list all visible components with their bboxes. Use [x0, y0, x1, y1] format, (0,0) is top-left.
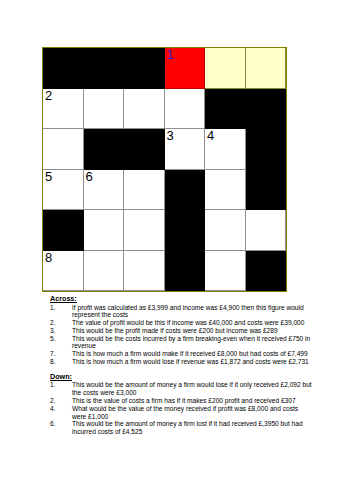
cell-r3c1[interactable]: 6 — [84, 170, 125, 211]
cell-r3c2[interactable] — [124, 170, 165, 211]
cell-r2c4[interactable]: 4 — [205, 129, 246, 170]
down-clue-4: 4.What would be the value of the money r… — [50, 405, 312, 421]
clue-text: This would be the amount of money a firm… — [72, 381, 312, 397]
cell-r5c3 — [165, 251, 206, 292]
clue-text: The value of profit would be this if inc… — [72, 319, 312, 327]
worksheet-page: 12345678 Across: 1.If profit was calcula… — [0, 0, 354, 500]
cell-r3c0[interactable]: 5 — [43, 170, 84, 211]
clue-number-label: 1. — [50, 381, 72, 389]
cell-r2c0[interactable] — [43, 129, 84, 170]
cell-r4c0 — [43, 210, 84, 251]
clue-text: This would be the profit made if costs w… — [72, 327, 312, 335]
cell-r2c2 — [124, 129, 165, 170]
clue-number-3: 3 — [167, 129, 174, 143]
clue-number-4: 4 — [207, 129, 214, 143]
clue-number-label: 3. — [50, 327, 72, 335]
cell-r1c5 — [246, 89, 287, 130]
cell-r2c5 — [246, 129, 287, 170]
cell-r3c5 — [246, 170, 287, 211]
down-clue-1: 1.This would be the amount of money a fi… — [50, 381, 312, 397]
clue-number-8: 8 — [45, 251, 52, 265]
clue-text: If profit was calculated as £3,999 and i… — [72, 304, 312, 320]
cell-r5c4[interactable] — [205, 251, 246, 292]
cell-r5c1[interactable] — [84, 251, 125, 292]
crossword-grid: 12345678 — [42, 47, 287, 292]
across-clue-3: 3.This would be the profit made if costs… — [50, 327, 312, 335]
clue-number-7: 7 — [167, 210, 174, 224]
cell-r1c3[interactable] — [165, 89, 206, 130]
cell-r2c1 — [84, 129, 125, 170]
clue-number-label: 1. — [50, 304, 72, 312]
down-clue-6: 6.This would be the amount of money a fi… — [50, 420, 312, 436]
cell-r4c2[interactable] — [124, 210, 165, 251]
clue-number-label: 2. — [50, 319, 72, 327]
clue-text: What would be the value of the money rec… — [72, 405, 312, 421]
across-clue-list: 1.If profit was calculated as £3,999 and… — [50, 304, 312, 366]
clue-number-label: 4. — [50, 405, 72, 413]
across-clue-2: 2.The value of profit would be this if i… — [50, 319, 312, 327]
cell-r0c3[interactable]: 1 — [165, 48, 206, 89]
cell-r0c1 — [84, 48, 125, 89]
down-header: Down: — [50, 373, 312, 382]
clue-text: This is how much a firm would lose if re… — [72, 358, 312, 366]
clue-number-label: 5. — [50, 335, 72, 343]
cell-r4c4[interactable] — [205, 210, 246, 251]
clue-text: This would be the amount of money a firm… — [72, 420, 312, 436]
across-clue-7: 7.This is how much a firm would make if … — [50, 350, 312, 358]
cell-r0c2 — [124, 48, 165, 89]
clue-number-5: 5 — [45, 170, 52, 184]
cell-r1c1[interactable] — [84, 89, 125, 130]
clue-number-label: 8. — [50, 358, 72, 366]
cell-r4c1[interactable] — [84, 210, 125, 251]
across-clue-5: 5.This would be the costs incurred by a … — [50, 335, 312, 351]
cell-r5c2[interactable] — [124, 251, 165, 292]
clue-text: This is the value of costs a firm has if… — [72, 397, 312, 405]
clue-number-6: 6 — [86, 170, 93, 184]
cell-r1c2[interactable] — [124, 89, 165, 130]
across-header: Across: — [50, 295, 312, 304]
clues-panel: Across: 1.If profit was calculated as £3… — [50, 295, 312, 443]
across-clue-8: 8.This is how much a firm would lose if … — [50, 358, 312, 366]
clue-number-label: 6. — [50, 420, 72, 428]
clue-number-1: 1 — [167, 48, 174, 62]
cell-r1c4 — [205, 89, 246, 130]
cell-r4c5[interactable] — [246, 210, 287, 251]
cell-r0c4[interactable] — [205, 48, 246, 89]
cell-r2c3[interactable]: 3 — [165, 129, 206, 170]
cell-r4c3: 7 — [165, 210, 206, 251]
clue-text: This is how much a firm would make if it… — [72, 350, 312, 358]
down-clue-2: 2.This is the value of costs a firm has … — [50, 397, 312, 405]
across-section: Across: 1.If profit was calculated as £3… — [50, 295, 312, 366]
cell-r5c5 — [246, 251, 287, 292]
across-clue-1: 1.If profit was calculated as £3,999 and… — [50, 304, 312, 320]
down-clue-list: 1.This would be the amount of money a fi… — [50, 381, 312, 436]
clue-number-label: 2. — [50, 397, 72, 405]
cell-r0c5[interactable] — [246, 48, 287, 89]
down-section: Down: 1.This would be the amount of mone… — [50, 373, 312, 436]
cell-r1c0[interactable]: 2 — [43, 89, 84, 130]
cell-r0c0 — [43, 48, 84, 89]
cell-r3c3 — [165, 170, 206, 211]
cell-r3c4[interactable] — [205, 170, 246, 211]
clue-text: This would be the costs incurred by a fi… — [72, 335, 312, 351]
clue-number-2: 2 — [45, 89, 52, 103]
clue-number-label: 7. — [50, 350, 72, 358]
cell-r5c0[interactable]: 8 — [43, 251, 84, 292]
